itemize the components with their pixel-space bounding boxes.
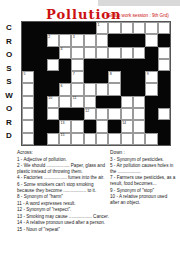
list-item: R xyxy=(4,36,14,49)
grid-cell[interactable] xyxy=(121,96,133,108)
clue-number: 12 xyxy=(85,109,89,113)
list-item: 2 - We should .................. Paper, … xyxy=(17,163,110,175)
grid-cell-black xyxy=(158,96,170,108)
list-item: 6 - Some smokers can't stop smoking beca… xyxy=(17,182,110,194)
grid-cell-black xyxy=(84,120,96,132)
grid-cell-black xyxy=(96,96,108,108)
list-item: 10 - A relative pronoun used after an ob… xyxy=(110,194,176,206)
grid-cell[interactable] xyxy=(133,47,145,59)
grid-cell-black xyxy=(34,59,46,71)
grid-cell[interactable] xyxy=(71,133,83,145)
grid-cell[interactable] xyxy=(108,83,120,95)
list-item: 11 - A word expresses result. xyxy=(17,201,110,207)
grid-cell[interactable]: 3 xyxy=(71,34,83,46)
grid-cell-black xyxy=(47,47,59,59)
clue-number: 10 xyxy=(48,96,52,100)
grid-cell-black xyxy=(34,133,46,145)
grid-cell-black xyxy=(34,96,46,108)
grid-cell[interactable]: 13 xyxy=(59,120,71,132)
list-item: O xyxy=(4,103,14,116)
grid-cell-black xyxy=(34,22,46,34)
grid-cell[interactable]: 7 xyxy=(71,71,83,83)
grid-cell[interactable] xyxy=(22,83,34,95)
list-item: S xyxy=(4,76,14,89)
list-item: 8 - Synonym of "harm" xyxy=(17,194,110,200)
grid-cell-black xyxy=(145,108,157,120)
grid-cell-black xyxy=(145,96,157,108)
grid-cell[interactable] xyxy=(71,59,83,71)
clue-number: 4 xyxy=(60,47,62,51)
grid-cell-black xyxy=(59,71,71,83)
grid-cell[interactable] xyxy=(84,47,96,59)
grid-cell-black xyxy=(158,34,170,46)
grid-cell-black xyxy=(59,59,71,71)
crossword-vertical-label: CROSSWORD xyxy=(4,22,14,144)
grid-cell-black xyxy=(34,120,46,132)
grid-cell-black xyxy=(108,120,120,132)
clue-number: 5 xyxy=(24,72,26,76)
grid-cell-black xyxy=(84,22,96,34)
grid-cell[interactable] xyxy=(96,83,108,95)
clue-number: 6 xyxy=(60,84,62,88)
grid-cell[interactable] xyxy=(71,47,83,59)
grid-cell[interactable] xyxy=(133,108,145,120)
grid-cell-black xyxy=(133,59,145,71)
grid-cell[interactable] xyxy=(84,96,96,108)
grid-cell-black xyxy=(34,83,46,95)
grid-cell-black xyxy=(158,133,170,145)
grid-cell[interactable] xyxy=(158,47,170,59)
down-heading: Down : xyxy=(110,150,176,156)
grid-cell-black xyxy=(133,71,145,83)
grid-cell-black xyxy=(108,96,120,108)
grid-cell[interactable] xyxy=(96,108,108,120)
clue-number: 15 xyxy=(60,133,64,137)
grid-cell[interactable]: 8 xyxy=(108,71,120,83)
crossword-grid: 123457896101112131415 xyxy=(21,21,171,146)
grid-cell-black xyxy=(96,59,108,71)
scan-artifact xyxy=(98,0,180,6)
grid-cell[interactable] xyxy=(121,133,133,145)
grid-cell-black xyxy=(22,34,34,46)
grid-cell[interactable]: 5 xyxy=(22,71,34,83)
grid-cell[interactable] xyxy=(22,120,34,132)
across-clue-list: 1 - Adjective of pollution.2 - We should… xyxy=(17,157,110,233)
grid-cell[interactable] xyxy=(133,96,145,108)
grid-cell-black xyxy=(22,59,34,71)
grid-cell[interactable] xyxy=(145,133,157,145)
grid-cell[interactable] xyxy=(22,108,34,120)
grid-cell[interactable] xyxy=(47,108,59,120)
clue-number: 8 xyxy=(110,72,112,76)
grid-cell[interactable] xyxy=(133,133,145,145)
grid-cell-black xyxy=(71,22,83,34)
list-item: D xyxy=(4,130,14,143)
grid-cell-black xyxy=(59,22,71,34)
grid-cell-black xyxy=(34,34,46,46)
grid-cell-black xyxy=(145,59,157,71)
list-item: W xyxy=(4,90,14,103)
grid-cell[interactable] xyxy=(121,108,133,120)
grid-cell[interactable] xyxy=(71,83,83,95)
grid-cell-black xyxy=(108,34,120,46)
grid-cell[interactable] xyxy=(158,59,170,71)
grid-cell-black xyxy=(34,108,46,120)
list-item: O xyxy=(4,49,14,62)
grid-cell[interactable] xyxy=(133,120,145,132)
grid-cell[interactable] xyxy=(96,34,108,46)
grid-cell-black xyxy=(96,71,108,83)
list-item: 13 - Smoking may cause .................… xyxy=(17,214,110,220)
grid-cell-black xyxy=(59,108,71,120)
grid-cell-black xyxy=(34,47,46,59)
clue-number: 2 xyxy=(48,35,50,39)
grid-cell[interactable]: 15 xyxy=(59,133,71,145)
grid-cell[interactable] xyxy=(121,22,133,34)
down-clue-list: 3 - Synonym of pesticides.5 - Air pollut… xyxy=(110,157,176,206)
grid-cell[interactable] xyxy=(59,34,71,46)
grid-cell[interactable] xyxy=(84,83,96,95)
grid-cell-black xyxy=(47,22,59,34)
grid-cell[interactable] xyxy=(71,120,83,132)
grid-cell[interactable]: 12 xyxy=(84,108,96,120)
list-item: 3 - Synonym of pesticides. xyxy=(110,157,176,163)
grid-cell-black xyxy=(133,83,145,95)
grid-cell[interactable] xyxy=(22,133,34,145)
grid-cell[interactable] xyxy=(84,34,96,46)
grid-cell[interactable]: 1 xyxy=(96,22,108,34)
grid-cell[interactable] xyxy=(145,83,157,95)
grid-cell-black xyxy=(84,71,96,83)
list-item: 15 - Noun of "repeat" xyxy=(17,227,110,233)
grid-cell-black xyxy=(108,59,120,71)
clue-number: 3 xyxy=(73,35,75,39)
grid-cell-black xyxy=(121,59,133,71)
list-item: 1 - Adjective of pollution. xyxy=(17,157,110,163)
list-item: 4 - Factories .................. fumes i… xyxy=(17,175,110,181)
grid-cell-black xyxy=(121,71,133,83)
grid-cell[interactable]: 6 xyxy=(59,83,71,95)
grid-cell-black xyxy=(121,83,133,95)
grid-cell[interactable] xyxy=(121,47,133,59)
clue-number: 7 xyxy=(73,72,75,76)
grid-cell[interactable]: 2 xyxy=(47,34,59,46)
list-item: 14 - A relative pronoun used after a per… xyxy=(17,220,110,226)
grid-cell[interactable] xyxy=(59,96,71,108)
grid-cell[interactable] xyxy=(145,34,157,46)
grid-cell-black xyxy=(158,120,170,132)
grid-cell-black xyxy=(158,71,170,83)
grid-cell-black xyxy=(22,47,34,59)
grid-cell[interactable] xyxy=(47,133,59,145)
list-item: C xyxy=(4,22,14,35)
grid-cell-black xyxy=(133,34,145,46)
grid-cell[interactable] xyxy=(96,47,108,59)
list-item: 7 - Farmers use pesticides, as a result,… xyxy=(110,175,176,187)
grid-cell-black xyxy=(47,71,59,83)
grid-cell[interactable]: 10 xyxy=(47,96,59,108)
clue-number: 11 xyxy=(73,96,77,100)
across-clues: Across: 1 - Adjective of pollution.2 - W… xyxy=(17,150,110,233)
grid-cell[interactable] xyxy=(47,59,59,71)
grid-cell-black xyxy=(158,83,170,95)
grid-cell-black xyxy=(71,108,83,120)
grid-cell[interactable] xyxy=(108,47,120,59)
grid-cell-black xyxy=(47,120,59,132)
grid-cell[interactable]: 9 xyxy=(145,71,157,83)
clue-number: 13 xyxy=(60,121,64,125)
grid-cell-black xyxy=(121,34,133,46)
grid-cell[interactable] xyxy=(108,133,120,145)
grid-cell[interactable]: 4 xyxy=(59,47,71,59)
down-clues: Down : 3 - Synonym of pesticides.5 - Air… xyxy=(110,150,176,207)
grid-cell-black xyxy=(145,47,157,59)
list-item: S xyxy=(4,63,14,76)
page-subtitle: (Group work session : 9th Grd) xyxy=(106,13,169,18)
grid-cell[interactable] xyxy=(158,108,170,120)
grid-cell[interactable]: 14 xyxy=(121,120,133,132)
grid-cell-black xyxy=(47,83,59,95)
grid-cell-black xyxy=(22,22,34,34)
grid-cell[interactable]: 11 xyxy=(71,96,83,108)
grid-cell[interactable] xyxy=(145,22,157,34)
grid-cell[interactable] xyxy=(84,133,96,145)
grid-cell[interactable] xyxy=(158,22,170,34)
grid-cell[interactable] xyxy=(96,120,108,132)
grid-cell-black xyxy=(145,120,157,132)
list-item: R xyxy=(4,117,14,130)
grid-cell[interactable] xyxy=(133,22,145,34)
grid-cell-black xyxy=(84,59,96,71)
grid-cell[interactable] xyxy=(108,108,120,120)
list-item: 5 - Air pollution causes holes in the ..… xyxy=(110,163,176,175)
clue-number: 14 xyxy=(122,121,126,125)
grid-cell[interactable] xyxy=(22,96,34,108)
clue-number: 1 xyxy=(97,23,99,27)
grid-cell[interactable] xyxy=(96,133,108,145)
grid-cell[interactable] xyxy=(108,22,120,34)
list-item: 12 - Synonym of "respect". xyxy=(17,207,110,213)
clue-number: 9 xyxy=(147,72,149,76)
across-heading: Across: xyxy=(17,150,110,156)
grid-cell-black xyxy=(34,71,46,83)
list-item: 9 - Synonym of "stop" xyxy=(110,188,176,194)
